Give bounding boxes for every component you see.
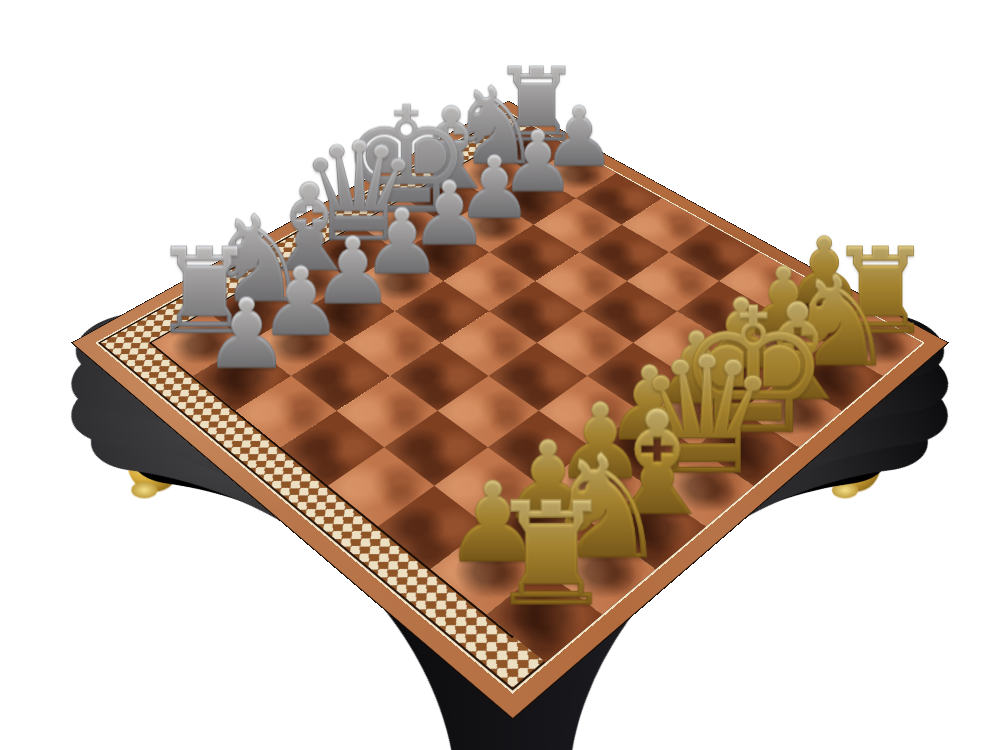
piece-gold-rook-a1[interactable]: ♜ — [442, 489, 659, 620]
chess-grid: ♜♞♝♛♚♝♞♜♟♟♟♟♟♟♟♟♟♟♟♟♟♟♟♟♜♞♝♛♚♝♞♜ — [149, 137, 871, 638]
square-a1[interactable]: ♜ — [487, 569, 603, 662]
chessboard-assembly: ♜♞♝♛♚♝♞♜♟♟♟♟♟♟♟♟♟♟♟♟♟♟♟♟♜♞♝♛♚♝♞♜ — [1, 71, 1000, 750]
claw-foot-icon — [828, 445, 880, 492]
burl-frame: ♜♞♝♛♚♝♞♜♟♟♟♟♟♟♟♟♟♟♟♟♟♟♟♟♜♞♝♛♚♝♞♜ — [71, 101, 949, 720]
board-scene: ♜♞♝♛♚♝♞♜♟♟♟♟♟♟♟♟♟♟♟♟♟♟♟♟♜♞♝♛♚♝♞♜ — [0, 0, 1000, 750]
piece-silver-pawn-a7[interactable]: ♟ — [154, 291, 339, 380]
board-surface: ♜♞♝♛♚♝♞♜♟♟♟♟♟♟♟♟♟♟♟♟♟♟♟♟♜♞♝♛♚♝♞♜ — [71, 101, 949, 720]
product-photo-stage: ♜♞♝♛♚♝♞♜♟♟♟♟♟♟♟♟♟♟♟♟♟♟♟♟♜♞♝♛♚♝♞♜ — [0, 0, 1000, 750]
marquetry-inlay-border: ♜♞♝♛♚♝♞♜♟♟♟♟♟♟♟♟♟♟♟♟♟♟♟♟♜♞♝♛♚♝♞♜ — [95, 112, 925, 694]
